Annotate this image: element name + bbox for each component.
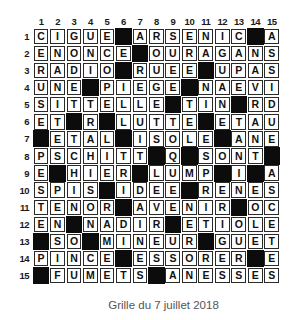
letter-cell: A — [198, 46, 213, 62]
letter-cell: T — [133, 148, 148, 164]
letter-cell: A — [248, 63, 263, 79]
letter-cell: E — [215, 251, 230, 267]
row-label: 7 — [19, 131, 32, 147]
letter-cell: T — [67, 97, 82, 113]
letter-cell: R — [83, 114, 98, 130]
letter-cell: E — [165, 182, 180, 198]
letter-cell: H — [83, 148, 98, 164]
letter-cell: C — [231, 29, 246, 45]
letter-cell: U — [149, 63, 164, 79]
caption: Grille du 7 juillet 2018 — [19, 299, 289, 311]
black-cell — [181, 147, 197, 164]
letter-cell: C — [100, 46, 115, 62]
letter-cell: O — [83, 200, 98, 216]
letter-cell: A — [264, 29, 279, 45]
letter-cell: U — [67, 268, 82, 284]
letter-cell: S — [264, 268, 279, 284]
letter-cell: L — [116, 97, 131, 113]
letter-cell: U — [264, 114, 279, 130]
letter-cell: S — [50, 234, 65, 250]
letter-cell: E — [133, 251, 148, 267]
letter-cell: T — [198, 217, 213, 233]
letter-cell: I — [83, 63, 98, 79]
letter-cell: E — [100, 97, 115, 113]
letter-cell: U — [165, 46, 180, 62]
crossword-page: 1234567891011121314151CIGUEARSENICA2ENON… — [0, 0, 289, 311]
col-label: 1 — [34, 16, 49, 27]
letter-cell: E — [34, 165, 49, 181]
letter-cell: O — [231, 217, 246, 233]
letter-cell: S — [165, 251, 180, 267]
row-label: 6 — [19, 114, 32, 130]
letter-cell: L — [100, 131, 115, 147]
black-cell — [66, 113, 82, 130]
letter-cell: U — [34, 80, 49, 96]
black-cell — [115, 250, 131, 267]
letter-cell: U — [215, 63, 230, 79]
letter-cell: Q — [165, 148, 180, 164]
letter-cell: E — [248, 182, 263, 198]
letter-cell: E — [165, 80, 180, 96]
letter-cell: R — [149, 217, 164, 233]
letter-cell: A — [133, 29, 148, 45]
row-label: 12 — [19, 217, 32, 233]
letter-cell: E — [215, 114, 230, 130]
black-cell — [99, 182, 115, 199]
letter-cell: A — [83, 131, 98, 147]
letter-cell: G — [215, 46, 230, 62]
letter-cell: U — [165, 234, 180, 250]
grid-corner — [19, 16, 32, 27]
col-label: 4 — [83, 16, 98, 27]
letter-cell: I — [116, 80, 131, 96]
letter-cell: D — [67, 63, 82, 79]
black-cell — [214, 130, 230, 147]
letter-cell: O — [165, 131, 180, 147]
letter-cell: G — [67, 29, 82, 45]
letter-cell: R — [34, 63, 49, 79]
letter-cell: E — [149, 97, 164, 113]
letter-cell: E — [100, 268, 115, 284]
black-cell — [33, 233, 49, 250]
letter-cell: U — [133, 114, 148, 130]
letter-cell: R — [198, 251, 213, 267]
letter-cell: A — [231, 131, 246, 147]
letter-cell: M — [100, 234, 115, 250]
letter-cell: E — [215, 182, 230, 198]
letter-cell: V — [149, 200, 164, 216]
letter-cell: T — [149, 114, 164, 130]
black-cell — [115, 130, 131, 147]
row-label: 4 — [19, 80, 32, 96]
col-label: 15 — [264, 16, 279, 27]
letter-cell: L — [182, 131, 197, 147]
letter-cell: P — [100, 80, 115, 96]
letter-cell: D — [133, 182, 148, 198]
col-label: 3 — [67, 16, 82, 27]
letter-cell: N — [198, 80, 213, 96]
row-label: 10 — [19, 182, 32, 198]
letter-cell: R — [100, 200, 115, 216]
letter-cell: C — [34, 29, 49, 45]
letter-cell: E — [182, 217, 197, 233]
letter-cell: H — [67, 165, 82, 181]
letter-cell: P — [231, 63, 246, 79]
black-cell — [231, 96, 247, 113]
letter-cell: T — [182, 97, 197, 113]
letter-cell: N — [133, 234, 148, 250]
black-cell — [132, 45, 148, 62]
letter-cell: E — [264, 251, 279, 267]
letter-cell: N — [67, 251, 82, 267]
letter-cell: N — [215, 97, 230, 113]
black-cell — [148, 267, 164, 284]
col-label: 10 — [182, 16, 197, 27]
row-label: 8 — [19, 148, 32, 164]
letter-cell: N — [182, 268, 197, 284]
letter-cell: I — [50, 251, 65, 267]
letter-cell: N — [248, 131, 263, 147]
letter-cell: V — [248, 80, 263, 96]
letter-cell: I — [67, 182, 82, 198]
crossword-grid: 1234567891011121314151CIGUEARSENICA2ENON… — [19, 16, 289, 283]
black-cell — [115, 62, 131, 79]
letter-cell: E — [116, 46, 131, 62]
letter-cell: I — [215, 217, 230, 233]
letter-cell: A — [231, 46, 246, 62]
black-cell — [247, 28, 263, 45]
black-cell — [247, 165, 263, 182]
letter-cell: N — [182, 200, 197, 216]
black-cell — [33, 267, 49, 284]
letter-cell: N — [231, 148, 246, 164]
letter-cell: E — [100, 29, 115, 45]
row-label: 15 — [19, 268, 32, 284]
col-label: 2 — [50, 16, 65, 27]
row-label: 11 — [19, 200, 32, 216]
row-label: 3 — [19, 63, 32, 79]
black-cell — [66, 216, 82, 233]
letter-cell: A — [100, 217, 115, 233]
letter-cell: O — [149, 46, 164, 62]
letter-cell: S — [215, 268, 230, 284]
letter-cell: S — [165, 29, 180, 45]
letter-cell: D — [116, 217, 131, 233]
letter-cell: P — [34, 148, 49, 164]
letter-cell: R — [149, 29, 164, 45]
letter-cell: N — [50, 80, 65, 96]
letter-cell: E — [67, 80, 82, 96]
letter-cell: A — [264, 165, 279, 181]
letter-cell: S — [264, 182, 279, 198]
row-label: 2 — [19, 46, 32, 62]
letter-cell: T — [165, 114, 180, 130]
black-cell — [148, 147, 164, 164]
col-label: 5 — [100, 16, 115, 27]
letter-cell: E — [198, 268, 213, 284]
letter-cell: I — [133, 131, 148, 147]
letter-cell: E — [34, 217, 49, 233]
letter-cell: D — [264, 97, 279, 113]
black-cell — [264, 147, 280, 164]
letter-cell: R — [248, 97, 263, 113]
letter-cell: G — [215, 234, 230, 250]
col-label: 9 — [165, 16, 180, 27]
col-label: 8 — [149, 16, 164, 27]
letter-cell: I — [231, 165, 246, 181]
letter-cell: R — [198, 182, 213, 198]
black-cell — [198, 62, 214, 79]
letter-cell: L — [248, 217, 263, 233]
letter-cell: M — [182, 165, 197, 181]
letter-cell: C — [264, 200, 279, 216]
black-cell — [214, 165, 230, 182]
letter-cell: E — [100, 251, 115, 267]
letter-cell: R — [182, 46, 197, 62]
black-cell — [198, 113, 214, 130]
letter-cell: E — [133, 80, 148, 96]
letter-cell: S — [149, 251, 164, 267]
letter-cell: S — [264, 63, 279, 79]
letter-cell: N — [50, 46, 65, 62]
letter-cell: S — [149, 131, 164, 147]
letter-cell: A — [50, 63, 65, 79]
letter-cell: I — [116, 182, 131, 198]
letter-cell: E — [248, 234, 263, 250]
letter-cell: I — [215, 29, 230, 45]
col-label: 6 — [116, 16, 131, 27]
letter-cell: E — [182, 29, 197, 45]
black-cell — [165, 96, 181, 113]
letter-cell: P — [198, 165, 213, 181]
letter-cell: E — [149, 234, 164, 250]
letter-cell: I — [198, 97, 213, 113]
letter-cell: T — [116, 268, 131, 284]
row-label: 14 — [19, 251, 32, 267]
letter-cell: A — [215, 80, 230, 96]
letter-cell: I — [50, 29, 65, 45]
black-cell — [99, 113, 115, 130]
letter-cell: O — [248, 200, 263, 216]
letter-cell: S — [34, 97, 49, 113]
letter-cell: I — [116, 234, 131, 250]
letter-cell: N — [83, 217, 98, 233]
letter-cell: N — [83, 46, 98, 62]
letter-cell: U — [165, 165, 180, 181]
letter-cell: N — [231, 182, 246, 198]
letter-cell: E — [264, 131, 279, 147]
letter-cell: S — [264, 46, 279, 62]
letter-cell: E — [50, 200, 65, 216]
letter-cell: S — [231, 268, 246, 284]
black-cell — [82, 233, 98, 250]
letter-cell: G — [149, 80, 164, 96]
letter-cell: R — [182, 234, 197, 250]
letter-cell: I — [198, 200, 213, 216]
letter-cell: C — [83, 251, 98, 267]
letter-cell: O — [215, 148, 230, 164]
letter-cell: E — [182, 63, 197, 79]
letter-cell: N — [67, 200, 82, 216]
col-label: 7 — [133, 16, 148, 27]
col-label: 14 — [248, 16, 263, 27]
letter-cell: F — [50, 268, 65, 284]
letter-cell: A — [248, 114, 263, 130]
letter-cell: I — [50, 97, 65, 113]
letter-cell: L — [149, 165, 164, 181]
letter-cell: O — [67, 234, 82, 250]
black-cell — [231, 199, 247, 216]
letter-cell: E — [198, 131, 213, 147]
black-cell — [198, 233, 214, 250]
black-cell — [132, 165, 148, 182]
letter-cell: I — [264, 80, 279, 96]
letter-cell: I — [100, 148, 115, 164]
letter-cell: S — [83, 182, 98, 198]
letter-cell: A — [133, 200, 148, 216]
letter-cell: S — [50, 148, 65, 164]
letter-cell: R — [231, 251, 246, 267]
col-label: 12 — [215, 16, 230, 27]
letter-cell: T — [264, 234, 279, 250]
letter-cell: T — [34, 200, 49, 216]
letter-cell: A — [165, 268, 180, 284]
letter-cell: E — [165, 200, 180, 216]
letter-cell: O — [100, 63, 115, 79]
row-label: 5 — [19, 97, 32, 113]
black-cell — [49, 165, 65, 182]
black-cell — [165, 216, 181, 233]
row-label: 9 — [19, 165, 32, 181]
letter-cell: T — [116, 148, 131, 164]
black-cell — [33, 130, 49, 147]
row-label: 13 — [19, 234, 32, 250]
letter-cell: E — [165, 63, 180, 79]
row-label: 1 — [19, 29, 32, 45]
letter-cell: R — [133, 63, 148, 79]
letter-cell: E — [264, 217, 279, 233]
black-cell — [247, 250, 263, 267]
letter-cell: N — [198, 29, 213, 45]
letter-cell: E — [149, 182, 164, 198]
letter-cell: S — [34, 182, 49, 198]
letter-cell: E — [100, 165, 115, 181]
letter-cell: O — [67, 46, 82, 62]
letter-cell: S — [198, 148, 213, 164]
letter-cell: R — [215, 200, 230, 216]
letter-cell: N — [50, 217, 65, 233]
letter-cell: P — [34, 251, 49, 267]
letter-cell: T — [83, 97, 98, 113]
letter-cell: M — [83, 268, 98, 284]
letter-cell: N — [248, 46, 263, 62]
letter-cell: E — [248, 268, 263, 284]
black-cell — [181, 79, 197, 96]
letter-cell: L — [133, 97, 148, 113]
letter-cell: I — [83, 165, 98, 181]
letter-cell: I — [133, 217, 148, 233]
letter-cell: E — [182, 114, 197, 130]
black-cell — [115, 199, 131, 216]
black-cell — [115, 28, 131, 45]
col-label: 11 — [198, 16, 213, 27]
letter-cell: E — [34, 114, 49, 130]
letter-cell: S — [133, 268, 148, 284]
letter-cell: T — [67, 131, 82, 147]
letter-cell: T — [50, 114, 65, 130]
letter-cell: E — [231, 80, 246, 96]
letter-cell: O — [182, 251, 197, 267]
letter-cell: E — [50, 131, 65, 147]
black-cell — [82, 79, 98, 96]
letter-cell: U — [83, 29, 98, 45]
letter-cell: T — [248, 148, 263, 164]
letter-cell: C — [67, 148, 82, 164]
col-label: 13 — [231, 16, 246, 27]
letter-cell: E — [34, 46, 49, 62]
black-cell — [181, 182, 197, 199]
letter-cell: U — [231, 234, 246, 250]
letter-cell: R — [116, 165, 131, 181]
letter-cell: P — [50, 182, 65, 198]
letter-cell: T — [231, 114, 246, 130]
letter-cell: L — [116, 114, 131, 130]
